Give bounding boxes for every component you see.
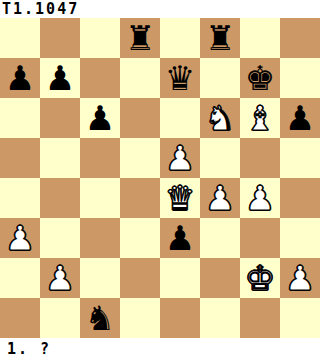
- square-d8[interactable]: ♜: [120, 18, 160, 58]
- square-e3[interactable]: ♟: [160, 218, 200, 258]
- square-f4[interactable]: ♟: [200, 178, 240, 218]
- white-pawn-piece[interactable]: ♟: [5, 218, 35, 258]
- square-g7[interactable]: ♚: [240, 58, 280, 98]
- white-king-piece[interactable]: ♚: [245, 258, 275, 298]
- black-rook-piece[interactable]: ♜: [205, 18, 235, 58]
- square-e5[interactable]: ♟: [160, 138, 200, 178]
- black-pawn-piece[interactable]: ♟: [85, 98, 115, 138]
- move-prompt-bar: 1. ?: [0, 338, 320, 360]
- white-pawn-piece[interactable]: ♟: [45, 258, 75, 298]
- move-prompt: 1. ?: [7, 340, 51, 358]
- black-pawn-piece[interactable]: ♟: [285, 98, 315, 138]
- white-pawn-piece[interactable]: ♟: [285, 258, 315, 298]
- square-f6[interactable]: ♞: [200, 98, 240, 138]
- square-h7[interactable]: [280, 58, 320, 98]
- square-a7[interactable]: ♟: [0, 58, 40, 98]
- white-pawn-piece[interactable]: ♟: [245, 178, 275, 218]
- square-b1[interactable]: [40, 298, 80, 338]
- square-f5[interactable]: [200, 138, 240, 178]
- black-queen-piece[interactable]: ♛: [165, 58, 195, 98]
- square-h4[interactable]: [280, 178, 320, 218]
- square-b8[interactable]: [40, 18, 80, 58]
- square-h1[interactable]: [280, 298, 320, 338]
- square-g4[interactable]: ♟: [240, 178, 280, 218]
- square-b7[interactable]: ♟: [40, 58, 80, 98]
- square-e1[interactable]: [160, 298, 200, 338]
- square-d4[interactable]: [120, 178, 160, 218]
- white-bishop-piece[interactable]: ♝: [245, 98, 275, 138]
- square-c5[interactable]: [80, 138, 120, 178]
- square-g1[interactable]: [240, 298, 280, 338]
- square-c8[interactable]: [80, 18, 120, 58]
- black-pawn-piece[interactable]: ♟: [5, 58, 35, 98]
- square-d2[interactable]: [120, 258, 160, 298]
- square-h3[interactable]: [280, 218, 320, 258]
- square-h2[interactable]: ♟: [280, 258, 320, 298]
- black-rook-piece[interactable]: ♜: [125, 18, 155, 58]
- square-h5[interactable]: [280, 138, 320, 178]
- chess-puzzle-window: T1.1047 ♜♜♟♟♛♚♟♞♝♟♟♛♟♟♟♟♟♚♟♞ 1. ?: [0, 0, 320, 360]
- square-c6[interactable]: ♟: [80, 98, 120, 138]
- square-a2[interactable]: [0, 258, 40, 298]
- square-f2[interactable]: [200, 258, 240, 298]
- square-a1[interactable]: [0, 298, 40, 338]
- square-d7[interactable]: [120, 58, 160, 98]
- square-b3[interactable]: [40, 218, 80, 258]
- square-c7[interactable]: [80, 58, 120, 98]
- white-knight-piece[interactable]: ♞: [205, 98, 235, 138]
- square-e8[interactable]: [160, 18, 200, 58]
- square-a6[interactable]: [0, 98, 40, 138]
- square-h8[interactable]: [280, 18, 320, 58]
- square-a8[interactable]: [0, 18, 40, 58]
- square-a4[interactable]: [0, 178, 40, 218]
- square-e4[interactable]: ♛: [160, 178, 200, 218]
- square-b4[interactable]: [40, 178, 80, 218]
- square-e6[interactable]: [160, 98, 200, 138]
- square-f8[interactable]: ♜: [200, 18, 240, 58]
- black-king-piece[interactable]: ♚: [245, 58, 275, 98]
- square-b2[interactable]: ♟: [40, 258, 80, 298]
- square-c2[interactable]: [80, 258, 120, 298]
- square-g8[interactable]: [240, 18, 280, 58]
- square-g5[interactable]: [240, 138, 280, 178]
- square-c1[interactable]: ♞: [80, 298, 120, 338]
- square-h6[interactable]: ♟: [280, 98, 320, 138]
- square-d6[interactable]: [120, 98, 160, 138]
- square-f7[interactable]: [200, 58, 240, 98]
- white-queen-piece[interactable]: ♛: [165, 178, 195, 218]
- square-g3[interactable]: [240, 218, 280, 258]
- puzzle-title-bar: T1.1047: [0, 0, 320, 18]
- square-e7[interactable]: ♛: [160, 58, 200, 98]
- square-g2[interactable]: ♚: [240, 258, 280, 298]
- square-b6[interactable]: [40, 98, 80, 138]
- chess-board: ♜♜♟♟♛♚♟♞♝♟♟♛♟♟♟♟♟♚♟♞: [0, 18, 320, 338]
- square-f3[interactable]: [200, 218, 240, 258]
- square-d5[interactable]: [120, 138, 160, 178]
- square-a5[interactable]: [0, 138, 40, 178]
- black-knight-piece[interactable]: ♞: [85, 298, 115, 338]
- puzzle-title: T1.1047: [2, 0, 79, 18]
- square-c3[interactable]: [80, 218, 120, 258]
- square-d3[interactable]: [120, 218, 160, 258]
- white-pawn-piece[interactable]: ♟: [165, 138, 195, 178]
- black-pawn-piece[interactable]: ♟: [45, 58, 75, 98]
- black-pawn-piece[interactable]: ♟: [165, 218, 195, 258]
- white-pawn-piece[interactable]: ♟: [205, 178, 235, 218]
- square-f1[interactable]: [200, 298, 240, 338]
- square-d1[interactable]: [120, 298, 160, 338]
- square-e2[interactable]: [160, 258, 200, 298]
- square-g6[interactable]: ♝: [240, 98, 280, 138]
- square-c4[interactable]: [80, 178, 120, 218]
- square-b5[interactable]: [40, 138, 80, 178]
- square-a3[interactable]: ♟: [0, 218, 40, 258]
